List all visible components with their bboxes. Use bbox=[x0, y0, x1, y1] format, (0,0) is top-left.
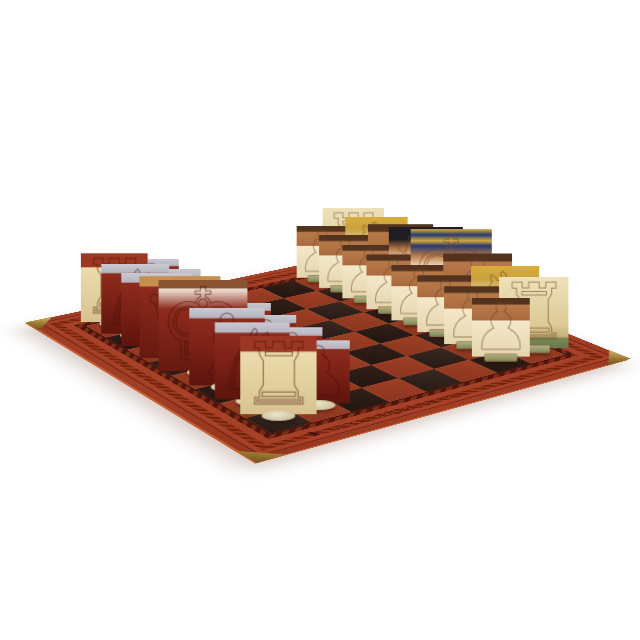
white-pawn-glyph: ♟ bbox=[471, 298, 528, 357]
product-photo-stage: ♞chessmold@aliyun.com ♜♞♝♛♚♝♞♜♟♟♟♟♟♟♟♟♟♟… bbox=[0, 0, 640, 640]
black-rook-glyph: ♜ bbox=[240, 335, 317, 413]
roman-figurine-base bbox=[262, 410, 296, 420]
chessboard-mat: ♞chessmold@aliyun.com ♜♞♝♛♚♝♞♜♟♟♟♟♟♟♟♟♟♟… bbox=[27, 251, 629, 462]
egyptian-figurine-base bbox=[484, 354, 517, 362]
perspective-scene: ♞chessmold@aliyun.com ♜♞♝♛♚♝♞♜♟♟♟♟♟♟♟♟♟♟… bbox=[0, 0, 640, 640]
